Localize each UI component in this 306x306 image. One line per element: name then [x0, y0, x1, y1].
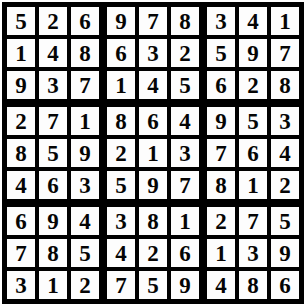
cell-r3c8[interactable]: 2	[239, 71, 267, 99]
sudoku-box-9: 275139486	[207, 207, 299, 299]
cell-r4c4[interactable]: 8	[107, 107, 135, 135]
cell-r1c9[interactable]: 1	[271, 7, 299, 35]
cell-r8c2[interactable]: 8	[39, 239, 67, 267]
cell-r9c7[interactable]: 4	[207, 271, 235, 299]
cell-r2c9[interactable]: 7	[271, 39, 299, 67]
cell-r6c2[interactable]: 6	[39, 171, 67, 199]
cell-r7c8[interactable]: 7	[239, 207, 267, 235]
cell-r5c8[interactable]: 6	[239, 139, 267, 167]
cell-r9c4[interactable]: 7	[107, 271, 135, 299]
cell-r9c1[interactable]: 3	[7, 271, 35, 299]
sudoku-box-5: 864213597	[107, 107, 199, 199]
cell-r7c2[interactable]: 9	[39, 207, 67, 235]
sudoku-box-2: 978632145	[107, 7, 199, 99]
cell-r2c5[interactable]: 3	[139, 39, 167, 67]
cell-r2c3[interactable]: 8	[71, 39, 99, 67]
cell-r1c7[interactable]: 3	[207, 7, 235, 35]
cell-r2c4[interactable]: 6	[107, 39, 135, 67]
cell-r3c9[interactable]: 8	[271, 71, 299, 99]
sudoku-box-6: 953764812	[207, 107, 299, 199]
sudoku-box-1: 526148937	[7, 7, 99, 99]
cell-r4c8[interactable]: 5	[239, 107, 267, 135]
sudoku-box-3: 341597628	[207, 7, 299, 99]
cell-r6c1[interactable]: 4	[7, 171, 35, 199]
cell-r7c3[interactable]: 4	[71, 207, 99, 235]
cell-r5c4[interactable]: 2	[107, 139, 135, 167]
cell-r1c6[interactable]: 8	[171, 7, 199, 35]
sudoku-box-4: 271859463	[7, 107, 99, 199]
cell-r9c3[interactable]: 2	[71, 271, 99, 299]
cell-r4c1[interactable]: 2	[7, 107, 35, 135]
cell-r9c5[interactable]: 5	[139, 271, 167, 299]
cell-r6c3[interactable]: 3	[71, 171, 99, 199]
cell-r8c9[interactable]: 9	[271, 239, 299, 267]
cell-r5c7[interactable]: 7	[207, 139, 235, 167]
cell-r5c1[interactable]: 8	[7, 139, 35, 167]
cell-r3c3[interactable]: 7	[71, 71, 99, 99]
cell-r1c1[interactable]: 5	[7, 7, 35, 35]
cell-r7c5[interactable]: 8	[139, 207, 167, 235]
cell-r1c2[interactable]: 2	[39, 7, 67, 35]
cell-r4c3[interactable]: 1	[71, 107, 99, 135]
cell-r9c6[interactable]: 9	[171, 271, 199, 299]
cell-r3c1[interactable]: 9	[7, 71, 35, 99]
cell-r6c7[interactable]: 8	[207, 171, 235, 199]
cell-r1c3[interactable]: 6	[71, 7, 99, 35]
cell-r6c5[interactable]: 9	[139, 171, 167, 199]
cell-r6c8[interactable]: 1	[239, 171, 267, 199]
cell-r3c4[interactable]: 1	[107, 71, 135, 99]
cell-r8c6[interactable]: 6	[171, 239, 199, 267]
cell-r9c8[interactable]: 8	[239, 271, 267, 299]
cell-r7c4[interactable]: 3	[107, 207, 135, 235]
cell-r5c3[interactable]: 9	[71, 139, 99, 167]
cell-r8c1[interactable]: 7	[7, 239, 35, 267]
sudoku-page: 5261489379786321453415976282718594638642…	[0, 0, 306, 306]
cell-r3c2[interactable]: 3	[39, 71, 67, 99]
cell-r5c2[interactable]: 5	[39, 139, 67, 167]
cell-r2c1[interactable]: 1	[7, 39, 35, 67]
cell-r1c8[interactable]: 4	[239, 7, 267, 35]
cell-r7c7[interactable]: 2	[207, 207, 235, 235]
cell-r4c9[interactable]: 3	[271, 107, 299, 135]
cell-r6c4[interactable]: 5	[107, 171, 135, 199]
cell-r2c6[interactable]: 2	[171, 39, 199, 67]
sudoku-box-7: 694785312	[7, 207, 99, 299]
cell-r3c6[interactable]: 5	[171, 71, 199, 99]
cell-r6c9[interactable]: 2	[271, 171, 299, 199]
cell-r1c4[interactable]: 9	[107, 7, 135, 35]
cell-r4c7[interactable]: 9	[207, 107, 235, 135]
cell-r8c4[interactable]: 4	[107, 239, 135, 267]
sudoku-board: 5261489379786321453415976282718594638642…	[2, 2, 304, 304]
cell-r8c7[interactable]: 1	[207, 239, 235, 267]
cell-r8c5[interactable]: 2	[139, 239, 167, 267]
cell-r7c6[interactable]: 1	[171, 207, 199, 235]
cell-r9c2[interactable]: 1	[39, 271, 67, 299]
sudoku-box-8: 381426759	[107, 207, 199, 299]
cell-r2c8[interactable]: 9	[239, 39, 267, 67]
cell-r9c9[interactable]: 6	[271, 271, 299, 299]
cell-r1c5[interactable]: 7	[139, 7, 167, 35]
cell-r5c9[interactable]: 4	[271, 139, 299, 167]
cell-r5c5[interactable]: 1	[139, 139, 167, 167]
cell-r5c6[interactable]: 3	[171, 139, 199, 167]
cell-r8c8[interactable]: 3	[239, 239, 267, 267]
cell-r7c1[interactable]: 6	[7, 207, 35, 235]
cell-r2c2[interactable]: 4	[39, 39, 67, 67]
cell-r4c2[interactable]: 7	[39, 107, 67, 135]
cell-r8c3[interactable]: 5	[71, 239, 99, 267]
cell-r4c6[interactable]: 4	[171, 107, 199, 135]
cell-r7c9[interactable]: 5	[271, 207, 299, 235]
cell-r6c6[interactable]: 7	[171, 171, 199, 199]
cell-r4c5[interactable]: 6	[139, 107, 167, 135]
cell-r3c7[interactable]: 6	[207, 71, 235, 99]
cell-r3c5[interactable]: 4	[139, 71, 167, 99]
cell-r2c7[interactable]: 5	[207, 39, 235, 67]
